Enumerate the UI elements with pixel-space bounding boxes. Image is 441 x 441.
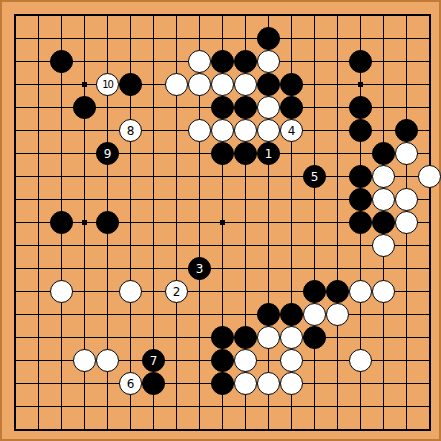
white-stone xyxy=(119,280,142,303)
black-stone xyxy=(303,280,326,303)
move-number-5: 5 xyxy=(311,171,319,183)
white-stone: 8 xyxy=(119,119,142,142)
move-number-3: 3 xyxy=(196,263,204,275)
black-stone xyxy=(96,211,119,234)
white-stone xyxy=(372,188,395,211)
star-point xyxy=(82,82,87,87)
black-stone xyxy=(234,96,257,119)
black-stone xyxy=(50,50,73,73)
white-stone xyxy=(211,119,234,142)
white-stone xyxy=(234,349,257,372)
black-stone xyxy=(257,303,280,326)
white-stone xyxy=(234,73,257,96)
star-point xyxy=(82,220,87,225)
black-stone xyxy=(211,326,234,349)
move-number-4: 4 xyxy=(288,125,296,137)
white-stone: 6 xyxy=(119,372,142,395)
move-number-1: 1 xyxy=(265,148,273,160)
white-stone xyxy=(165,73,188,96)
white-stone xyxy=(395,188,418,211)
black-stone xyxy=(349,119,372,142)
white-stone xyxy=(234,372,257,395)
stone-grid: 10849153276 xyxy=(4,4,441,441)
black-stone xyxy=(280,303,303,326)
white-stone xyxy=(280,372,303,395)
star-point xyxy=(220,220,225,225)
black-stone: 9 xyxy=(96,142,119,165)
black-stone xyxy=(349,165,372,188)
white-stone: 4 xyxy=(280,119,303,142)
white-stone xyxy=(257,372,280,395)
white-stone xyxy=(188,73,211,96)
black-stone xyxy=(257,73,280,96)
white-stone xyxy=(50,280,73,303)
black-stone xyxy=(303,326,326,349)
black-stone xyxy=(142,372,165,395)
white-stone xyxy=(188,119,211,142)
black-stone xyxy=(349,50,372,73)
move-number-6: 6 xyxy=(127,378,135,390)
white-stone xyxy=(395,211,418,234)
white-stone xyxy=(418,165,441,188)
black-stone: 3 xyxy=(188,257,211,280)
black-stone xyxy=(119,73,142,96)
white-stone xyxy=(326,303,349,326)
black-stone xyxy=(211,372,234,395)
black-stone xyxy=(234,50,257,73)
black-stone xyxy=(211,142,234,165)
black-stone xyxy=(326,280,349,303)
white-stone xyxy=(372,234,395,257)
black-stone xyxy=(211,96,234,119)
black-stone: 7 xyxy=(142,349,165,372)
white-stone xyxy=(395,142,418,165)
white-stone xyxy=(211,73,234,96)
black-stone xyxy=(280,73,303,96)
white-stone: 2 xyxy=(165,280,188,303)
black-stone: 1 xyxy=(257,142,280,165)
white-stone xyxy=(257,326,280,349)
goban[interactable]: 10849153276 xyxy=(0,0,441,441)
black-stone xyxy=(257,27,280,50)
white-stone xyxy=(349,349,372,372)
white-stone xyxy=(188,50,211,73)
black-stone xyxy=(349,96,372,119)
white-stone xyxy=(257,96,280,119)
move-number-10: 10 xyxy=(102,80,113,90)
white-stone xyxy=(234,119,257,142)
white-stone xyxy=(257,50,280,73)
move-number-9: 9 xyxy=(104,148,112,160)
white-stone xyxy=(372,165,395,188)
white-stone xyxy=(349,280,372,303)
black-stone xyxy=(349,211,372,234)
star-point xyxy=(358,82,363,87)
black-stone xyxy=(73,96,96,119)
move-number-2: 2 xyxy=(173,286,181,298)
black-stone: 5 xyxy=(303,165,326,188)
white-stone xyxy=(257,119,280,142)
white-stone xyxy=(280,349,303,372)
black-stone xyxy=(234,326,257,349)
white-stone xyxy=(280,326,303,349)
black-stone xyxy=(50,211,73,234)
white-stone xyxy=(303,303,326,326)
white-stone xyxy=(73,349,96,372)
black-stone xyxy=(211,349,234,372)
white-stone xyxy=(96,349,119,372)
black-stone xyxy=(211,50,234,73)
black-stone xyxy=(395,119,418,142)
black-stone xyxy=(280,96,303,119)
black-stone xyxy=(234,142,257,165)
black-stone xyxy=(349,188,372,211)
white-stone: 10 xyxy=(96,73,119,96)
move-number-7: 7 xyxy=(150,355,158,367)
black-stone xyxy=(372,211,395,234)
white-stone xyxy=(372,280,395,303)
move-number-8: 8 xyxy=(127,125,135,137)
black-stone xyxy=(372,142,395,165)
